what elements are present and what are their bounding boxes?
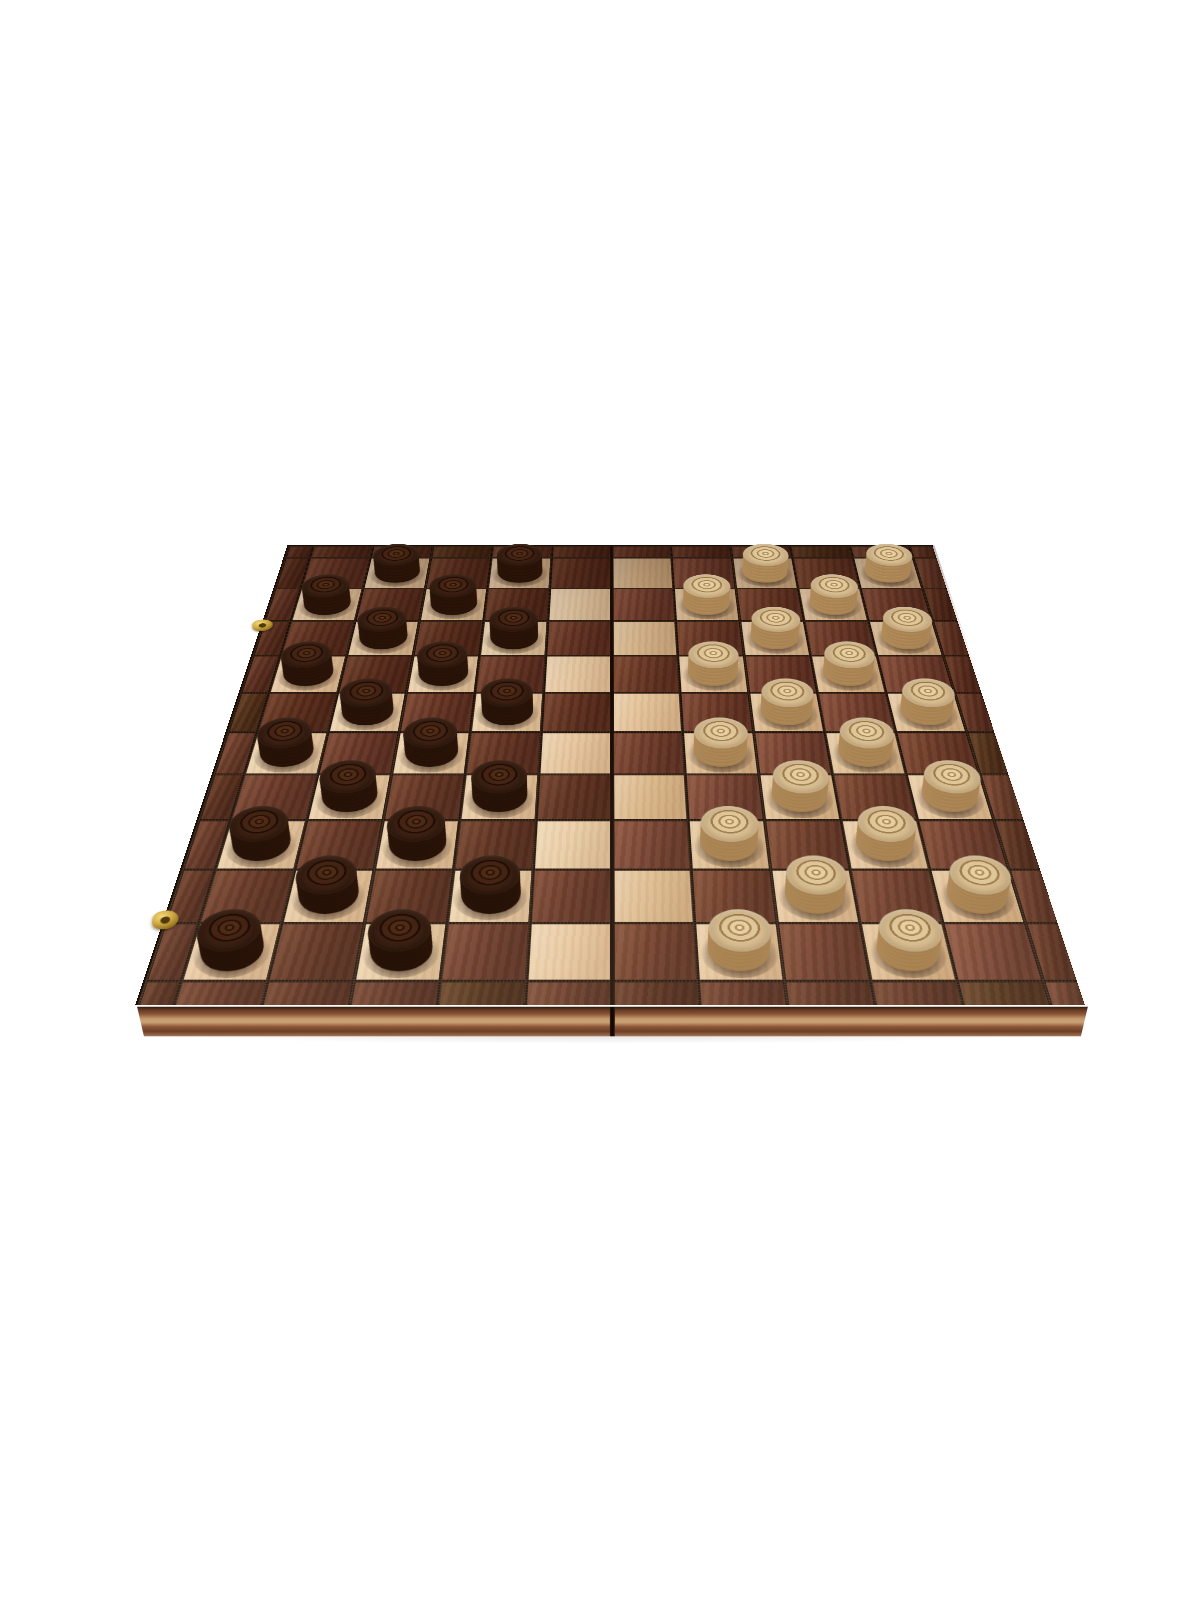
dark-checker[interactable] <box>496 562 543 584</box>
dark-checker[interactable] <box>416 660 470 687</box>
dark-checker[interactable] <box>429 593 479 617</box>
square[interactable] <box>614 871 693 922</box>
square[interactable] <box>531 871 610 922</box>
light-checker[interactable] <box>683 593 732 617</box>
light-checker[interactable] <box>878 625 933 650</box>
dark-checker[interactable] <box>480 698 534 727</box>
dark-checker[interactable] <box>195 931 269 974</box>
border-cell <box>264 982 352 1005</box>
clasp-hole <box>258 623 265 628</box>
dark-checker[interactable] <box>339 698 396 727</box>
light-checker[interactable] <box>807 593 858 617</box>
square[interactable] <box>780 924 869 980</box>
square[interactable] <box>613 622 677 655</box>
border-cell <box>439 982 524 1005</box>
clasp-hole <box>160 916 170 924</box>
light-checker[interactable] <box>699 827 759 863</box>
box-seam <box>610 1007 615 1037</box>
square[interactable] <box>551 559 611 588</box>
light-checker[interactable] <box>873 931 944 974</box>
border-cell <box>351 982 438 1005</box>
border-corner <box>1046 982 1085 1005</box>
light-checker[interactable] <box>687 660 739 687</box>
border-cell <box>787 982 874 1005</box>
border-cell <box>312 547 372 558</box>
dark-checker[interactable] <box>386 827 449 863</box>
border-cell <box>432 547 491 558</box>
border-cell <box>176 982 265 1005</box>
box-front-edge <box>137 1007 1088 1037</box>
border-cell <box>613 547 671 558</box>
board <box>135 545 1085 1005</box>
border-cell <box>527 982 611 1005</box>
light-checker[interactable] <box>820 660 875 687</box>
dark-checker[interactable] <box>372 562 422 584</box>
square[interactable] <box>540 733 610 774</box>
dark-checker[interactable] <box>367 931 435 974</box>
square[interactable] <box>549 589 610 620</box>
border-corner <box>140 982 179 1005</box>
square[interactable] <box>442 924 528 980</box>
checker-top <box>683 574 732 598</box>
light-checker[interactable] <box>783 877 848 916</box>
square[interactable] <box>545 656 611 691</box>
square[interactable] <box>535 821 611 868</box>
dark-checker[interactable] <box>459 877 522 916</box>
border-cell <box>959 982 1049 1005</box>
light-checker[interactable] <box>862 562 913 584</box>
light-checker[interactable] <box>707 931 773 974</box>
square[interactable] <box>547 622 610 655</box>
light-checker[interactable] <box>897 698 956 727</box>
square[interactable] <box>614 776 687 820</box>
dark-checker[interactable] <box>256 738 318 769</box>
light-checker[interactable] <box>835 738 895 769</box>
dark-checker[interactable] <box>318 781 380 815</box>
dark-checker[interactable] <box>489 625 539 650</box>
border-cell <box>553 547 611 558</box>
dark-checker[interactable] <box>470 781 528 815</box>
dark-checker[interactable] <box>402 738 460 769</box>
border-cell <box>614 982 698 1005</box>
light-checker[interactable] <box>770 781 830 815</box>
dark-checker[interactable] <box>357 625 410 650</box>
light-checker[interactable] <box>942 877 1012 916</box>
square[interactable] <box>613 656 679 691</box>
dark-checker[interactable] <box>301 593 354 617</box>
light-checker[interactable] <box>918 781 982 815</box>
dark-checker[interactable] <box>228 827 295 863</box>
square[interactable] <box>614 733 685 774</box>
light-checker[interactable] <box>741 562 789 584</box>
light-checker[interactable] <box>693 738 749 769</box>
border-cell <box>792 547 852 558</box>
dark-checker[interactable] <box>294 877 362 916</box>
square[interactable] <box>614 821 690 868</box>
light-checker[interactable] <box>759 698 815 727</box>
light-checker[interactable] <box>853 827 918 863</box>
border-corner <box>287 547 312 558</box>
border-cell <box>873 982 961 1005</box>
border-cell <box>701 982 786 1005</box>
square[interactable] <box>270 924 363 980</box>
square[interactable] <box>945 924 1041 980</box>
square[interactable] <box>537 776 610 820</box>
square[interactable] <box>613 559 673 588</box>
square[interactable] <box>543 693 611 731</box>
square[interactable] <box>528 924 610 980</box>
square[interactable] <box>614 924 697 980</box>
square[interactable] <box>613 589 674 620</box>
border-cell <box>673 547 731 558</box>
scene <box>0 0 1200 1600</box>
light-checker[interactable] <box>749 625 801 650</box>
border-corner <box>911 547 936 558</box>
dark-checker[interactable] <box>280 660 337 687</box>
square[interactable] <box>613 693 681 731</box>
